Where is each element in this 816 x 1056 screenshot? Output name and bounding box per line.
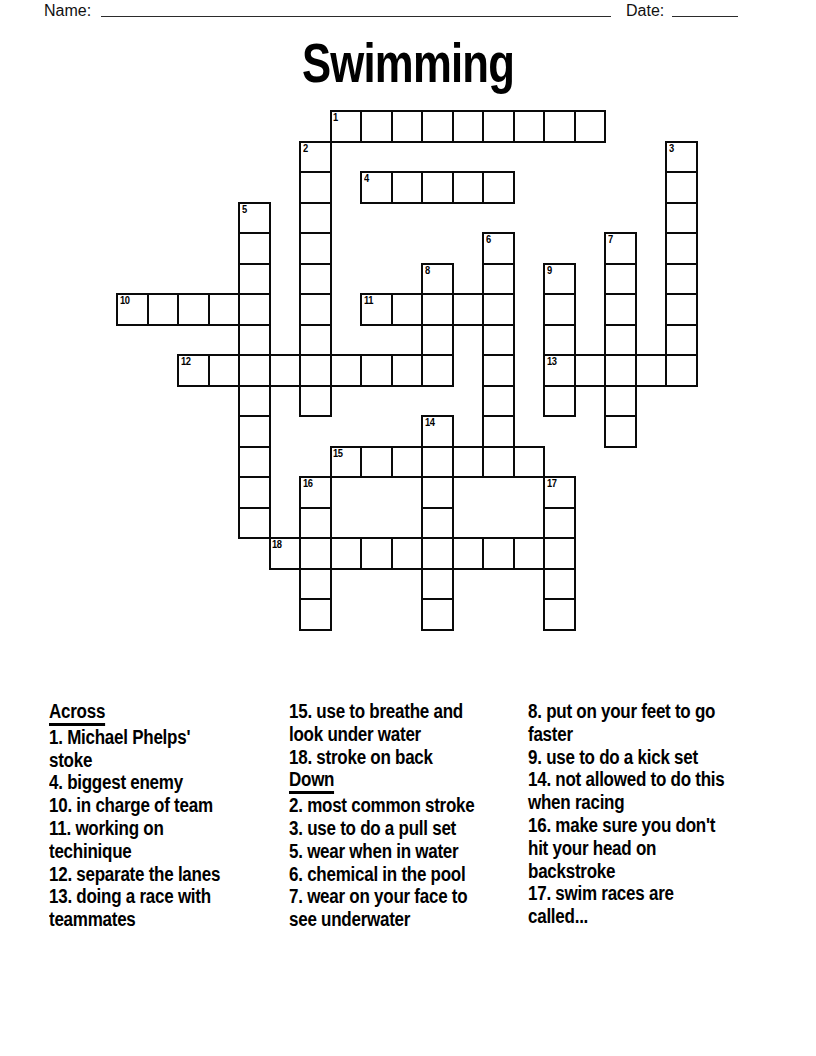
crossword-cell[interactable] (482, 385, 515, 418)
crossword-cell[interactable] (543, 568, 576, 601)
crossword-cell[interactable] (421, 476, 454, 509)
clue-number: 15 (333, 448, 343, 459)
crossword-cell[interactable] (421, 568, 454, 601)
crossword-cell[interactable]: 5 (238, 202, 271, 235)
crossword-cell[interactable] (238, 476, 271, 509)
crossword-cell[interactable] (513, 446, 546, 479)
clue-number: 2 (303, 143, 308, 154)
crossword-cell[interactable] (299, 263, 332, 296)
crossword-cell[interactable] (238, 293, 271, 326)
crossword-cell[interactable] (177, 293, 210, 326)
crossword-cell[interactable] (299, 293, 332, 326)
clue-down-3: 3. use to do a pull set (289, 817, 512, 840)
clue-across-11: 11. working on techinique (49, 817, 272, 863)
crossword-cell[interactable] (604, 324, 637, 357)
crossword-cell[interactable] (482, 171, 515, 204)
crossword-cell[interactable]: 17 (543, 476, 576, 509)
crossword-cell[interactable] (421, 537, 454, 570)
crossword-cell[interactable]: 12 (177, 354, 210, 387)
crossword-cell[interactable]: 14 (421, 415, 454, 448)
crossword-cell[interactable] (665, 354, 698, 387)
clue-down-2: 2. most common stroke (289, 794, 512, 817)
crossword-cell[interactable] (391, 446, 424, 479)
crossword-cell[interactable] (482, 324, 515, 357)
crossword-cell[interactable] (147, 293, 180, 326)
clue-column-1: Across1. Michael Phelps' stoke4. biggest… (49, 700, 272, 931)
crossword-cell[interactable] (299, 324, 332, 357)
crossword-cell[interactable]: 1 (330, 110, 363, 143)
crossword-cell[interactable] (391, 354, 424, 387)
clue-down-14: 14. not allowed to do this when racing (528, 768, 751, 814)
clue-number: 13 (547, 356, 557, 367)
crossword-cell[interactable] (299, 354, 332, 387)
date-blank-line[interactable] (672, 16, 738, 17)
clue-across-1: 1. Michael Phelps' stoke (49, 726, 272, 772)
clue-number: 18 (272, 539, 282, 550)
clue-down-6: 6. chemical in the pool (289, 863, 512, 886)
crossword-cell[interactable] (665, 232, 698, 265)
crossword-cell[interactable] (452, 171, 485, 204)
crossword-cell[interactable] (391, 293, 424, 326)
clue-number: 5 (242, 204, 247, 215)
crossword-cell[interactable] (360, 354, 393, 387)
worksheet-page: Name: Date: Swimming 1234567891011121314… (0, 0, 816, 1056)
name-blank-line[interactable] (101, 16, 611, 17)
crossword-cell[interactable] (299, 537, 332, 570)
crossword-cell[interactable] (421, 110, 454, 143)
crossword-cell[interactable]: 15 (330, 446, 363, 479)
clue-number: 10 (120, 295, 130, 306)
crossword-cell[interactable] (513, 110, 546, 143)
clue-number: 6 (486, 234, 491, 245)
date-label: Date: (626, 2, 664, 20)
crossword-cell[interactable]: 2 (299, 141, 332, 174)
crossword-cell[interactable] (391, 537, 424, 570)
clue-number: 1 (333, 112, 338, 123)
down-heading: Down (289, 768, 512, 794)
clue-number: 12 (181, 356, 191, 367)
crossword-cell[interactable] (482, 293, 515, 326)
crossword-cell[interactable] (299, 385, 332, 418)
crossword-cell[interactable] (452, 293, 485, 326)
crossword-cell[interactable] (482, 446, 515, 479)
crossword-cell[interactable] (665, 171, 698, 204)
clue-down-7: 7. wear on your face to see underwater (289, 885, 512, 931)
crossword-cell[interactable] (482, 537, 515, 570)
crossword-cell[interactable] (360, 446, 393, 479)
crossword-cell[interactable] (543, 110, 576, 143)
crossword-cell[interactable] (574, 354, 607, 387)
clue-number: 17 (547, 478, 557, 489)
clue-across-10: 10. in charge of team (49, 794, 272, 817)
crossword-cell[interactable] (665, 202, 698, 235)
crossword-grid: 123456789101112131415161718 (117, 111, 697, 630)
crossword-cell[interactable] (421, 293, 454, 326)
clue-down-17: 17. swim races are called... (528, 882, 751, 928)
clue-down-5: 5. wear when in water (289, 840, 512, 863)
crossword-cell[interactable] (238, 263, 271, 296)
crossword-cell[interactable]: 6 (482, 232, 515, 265)
crossword-cell[interactable] (452, 446, 485, 479)
crossword-cell[interactable] (360, 537, 393, 570)
crossword-cell[interactable] (238, 354, 271, 387)
clue-across-4: 4. biggest enemy (49, 771, 272, 794)
clue-number: 14 (425, 417, 435, 428)
clue-number: 16 (303, 478, 313, 489)
crossword-cell[interactable] (543, 507, 576, 540)
across-heading: Across (49, 700, 272, 726)
crossword-cell[interactable] (299, 171, 332, 204)
crossword-cell[interactable] (452, 110, 485, 143)
crossword-cell[interactable]: 7 (604, 232, 637, 265)
crossword-cell[interactable]: 10 (116, 293, 149, 326)
title-row: Swimming (0, 34, 816, 92)
crossword-cell[interactable]: 18 (269, 537, 302, 570)
crossword-cell[interactable] (330, 537, 363, 570)
across-heading-text: Across (49, 700, 105, 726)
crossword-cell[interactable] (482, 415, 515, 448)
crossword-cell[interactable] (665, 293, 698, 326)
crossword-cell[interactable] (482, 354, 515, 387)
crossword-cell[interactable]: 13 (543, 354, 576, 387)
clue-across-12: 12. separate the lanes (49, 863, 272, 886)
crossword-cell[interactable] (238, 385, 271, 418)
crossword-cell[interactable] (238, 324, 271, 357)
crossword-cell[interactable] (543, 537, 576, 570)
clue-column-3: 8. put on your feet to go faster9. use t… (528, 700, 751, 928)
crossword-cell[interactable] (513, 537, 546, 570)
crossword-cell[interactable] (604, 293, 637, 326)
down-heading-text: Down (289, 768, 334, 794)
crossword-cell[interactable] (360, 110, 393, 143)
crossword-cell[interactable] (208, 354, 241, 387)
crossword-cell[interactable] (238, 446, 271, 479)
crossword-cell[interactable] (299, 507, 332, 540)
puzzle-title: Swimming (302, 34, 514, 92)
crossword-cell[interactable] (421, 171, 454, 204)
clue-across-18: 18. stroke on back (289, 746, 512, 769)
crossword-cell[interactable] (604, 354, 637, 387)
crossword-cell[interactable]: 16 (299, 476, 332, 509)
crossword-cell[interactable] (299, 598, 332, 631)
crossword-cell[interactable] (665, 263, 698, 296)
clue-down-16: 16. make sure you don't hit your head on… (528, 814, 751, 882)
crossword-cell[interactable] (269, 354, 302, 387)
crossword-cell[interactable] (208, 293, 241, 326)
crossword-cell[interactable] (604, 263, 637, 296)
clue-number: 4 (364, 173, 369, 184)
crossword-cell[interactable] (238, 507, 271, 540)
crossword-cell[interactable]: 8 (421, 263, 454, 296)
crossword-cell[interactable]: 11 (360, 293, 393, 326)
crossword-cell[interactable] (665, 324, 698, 357)
crossword-cell[interactable] (421, 446, 454, 479)
crossword-cell[interactable] (391, 171, 424, 204)
crossword-cell[interactable] (299, 202, 332, 235)
crossword-cell[interactable] (543, 385, 576, 418)
clue-down-8: 8. put on your feet to go faster (528, 700, 751, 746)
crossword-cell[interactable] (543, 293, 576, 326)
crossword-cell[interactable] (482, 263, 515, 296)
crossword-cell[interactable]: 9 (543, 263, 576, 296)
clue-column-2: 15. use to breathe and look under water1… (289, 700, 512, 931)
crossword-cell[interactable]: 3 (665, 141, 698, 174)
crossword-cell[interactable] (238, 232, 271, 265)
crossword-cell[interactable] (299, 232, 332, 265)
crossword-cell[interactable] (452, 537, 485, 570)
crossword-cell[interactable] (421, 324, 454, 357)
crossword-cell[interactable] (604, 385, 637, 418)
clue-number: 7 (608, 234, 613, 245)
crossword-cell[interactable] (604, 415, 637, 448)
clue-number: 8 (425, 265, 430, 276)
crossword-cell[interactable] (299, 568, 332, 601)
crossword-cell[interactable] (543, 598, 576, 631)
crossword-cell[interactable] (543, 324, 576, 357)
crossword-cell[interactable] (421, 507, 454, 540)
clue-down-9: 9. use to do a kick set (528, 746, 751, 769)
clue-across-15: 15. use to breathe and look under water (289, 700, 512, 746)
clue-across-13: 13. doing a race with teammates (49, 885, 272, 931)
clue-number: 9 (547, 265, 552, 276)
crossword-cell[interactable]: 4 (360, 171, 393, 204)
clue-number: 11 (364, 295, 373, 306)
crossword-cell[interactable] (330, 354, 363, 387)
crossword-cell[interactable] (421, 598, 454, 631)
clue-number: 3 (669, 143, 674, 154)
name-label: Name: (44, 2, 91, 20)
crossword-cell[interactable] (238, 415, 271, 448)
crossword-cell[interactable] (391, 110, 424, 143)
crossword-cell[interactable] (482, 110, 515, 143)
crossword-cell[interactable] (421, 354, 454, 387)
crossword-cell[interactable] (574, 110, 607, 143)
crossword-cell[interactable] (635, 354, 668, 387)
